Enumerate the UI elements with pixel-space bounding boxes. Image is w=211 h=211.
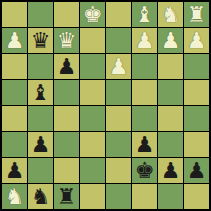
piece-black-pawn: ♟ [132,132,157,157]
square-d3[interactable] [80,132,105,157]
square-g5[interactable] [158,80,183,105]
square-b1[interactable]: ♞ [28,184,53,209]
square-a4[interactable] [2,106,27,131]
square-h1[interactable] [184,184,209,209]
square-f1[interactable] [132,184,157,209]
square-f8[interactable]: ♝ [132,2,157,27]
square-e4[interactable] [106,106,131,131]
piece-black-rook: ♜ [54,184,79,209]
piece-white-pawn: ♟ [106,54,131,79]
piece-white-pawn: ♟ [184,28,209,53]
square-f7[interactable]: ♟ [132,28,157,53]
square-f3[interactable]: ♟ [132,132,157,157]
square-a8[interactable] [2,2,27,27]
square-e5[interactable] [106,80,131,105]
square-d5[interactable] [80,80,105,105]
square-g7[interactable]: ♟ [158,28,183,53]
piece-black-bishop: ♝ [28,80,53,105]
square-f2[interactable]: ♚ [132,158,157,183]
piece-white-bishop: ♝ [132,2,157,27]
square-f6[interactable] [132,54,157,79]
piece-white-queen: ♛ [54,28,79,53]
piece-white-king: ♚ [80,2,105,27]
square-h2[interactable]: ♟ [184,158,209,183]
piece-white-knight: ♞ [158,2,183,27]
piece-black-pawn: ♟ [28,132,53,157]
piece-white-rook: ♜ [184,2,209,27]
square-d1[interactable] [80,184,105,209]
square-b8[interactable] [28,2,53,27]
square-a1[interactable]: ♞ [2,184,27,209]
piece-white-knight: ♞ [2,184,27,209]
square-e3[interactable] [106,132,131,157]
square-b2[interactable] [28,158,53,183]
piece-black-pawn: ♟ [158,158,183,183]
square-b6[interactable] [28,54,53,79]
chess-board: ♚♝♞♜♟♛♛♟♟♟♟♟♝♟♟♟♚♟♟♞♞♜ [2,2,209,209]
square-h7[interactable]: ♟ [184,28,209,53]
square-h5[interactable] [184,80,209,105]
square-b7[interactable]: ♛ [28,28,53,53]
piece-white-pawn: ♟ [132,28,157,53]
piece-black-knight: ♞ [28,184,53,209]
square-a2[interactable]: ♟ [2,158,27,183]
square-c8[interactable] [54,2,79,27]
square-c3[interactable] [54,132,79,157]
square-e2[interactable] [106,158,131,183]
square-f5[interactable] [132,80,157,105]
piece-black-king: ♚ [132,158,157,183]
square-d6[interactable] [80,54,105,79]
square-e7[interactable] [106,28,131,53]
board-frame: ♚♝♞♜♟♛♛♟♟♟♟♟♝♟♟♟♚♟♟♞♞♜ [0,0,211,211]
square-d7[interactable] [80,28,105,53]
square-a5[interactable] [2,80,27,105]
square-h6[interactable] [184,54,209,79]
square-e1[interactable] [106,184,131,209]
square-b5[interactable]: ♝ [28,80,53,105]
square-g1[interactable] [158,184,183,209]
square-a3[interactable] [2,132,27,157]
square-g8[interactable]: ♞ [158,2,183,27]
piece-black-queen: ♛ [28,28,53,53]
piece-black-pawn: ♟ [184,158,209,183]
square-e6[interactable]: ♟ [106,54,131,79]
square-d2[interactable] [80,158,105,183]
square-c6[interactable]: ♟ [54,54,79,79]
piece-black-pawn: ♟ [54,54,79,79]
square-c7[interactable]: ♛ [54,28,79,53]
square-a7[interactable]: ♟ [2,28,27,53]
piece-black-pawn: ♟ [2,158,27,183]
square-a6[interactable] [2,54,27,79]
square-e8[interactable] [106,2,131,27]
square-g4[interactable] [158,106,183,131]
square-d4[interactable] [80,106,105,131]
piece-white-pawn: ♟ [2,28,27,53]
square-h4[interactable] [184,106,209,131]
square-f4[interactable] [132,106,157,131]
square-c1[interactable]: ♜ [54,184,79,209]
square-g6[interactable] [158,54,183,79]
square-g2[interactable]: ♟ [158,158,183,183]
square-c2[interactable] [54,158,79,183]
square-c5[interactable] [54,80,79,105]
square-c4[interactable] [54,106,79,131]
square-h8[interactable]: ♜ [184,2,209,27]
square-h3[interactable] [184,132,209,157]
piece-white-pawn: ♟ [158,28,183,53]
square-b4[interactable] [28,106,53,131]
square-d8[interactable]: ♚ [80,2,105,27]
square-g3[interactable] [158,132,183,157]
square-b3[interactable]: ♟ [28,132,53,157]
